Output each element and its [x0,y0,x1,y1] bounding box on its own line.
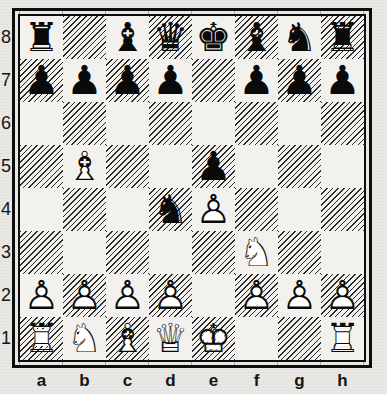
piece-outline-glyph: ♖ [20,317,63,360]
square-c7[interactable]: ♟ [106,59,149,102]
square-c1[interactable]: ♝♗ [106,317,149,360]
square-h6[interactable] [321,102,364,145]
piece-solid-glyph: ♟ [278,59,321,102]
square-g1[interactable] [278,317,321,360]
square-g4[interactable] [278,188,321,231]
square-b8[interactable] [63,16,106,59]
rank-label-8: 8 [0,16,12,59]
square-b2[interactable]: ♟♙ [63,274,106,317]
square-g3[interactable] [278,231,321,274]
square-g8[interactable]: ♞ [278,16,321,59]
square-h7[interactable]: ♟ [321,59,364,102]
square-h2[interactable]: ♟♙ [321,274,364,317]
square-g5[interactable] [278,145,321,188]
piece-black-pawn[interactable]: ♟ [235,59,278,102]
piece-outline-glyph: ♙ [149,274,192,317]
square-e4[interactable]: ♟♙ [192,188,235,231]
square-b1[interactable]: ♞♘ [63,317,106,360]
board-grid: ♜♝♛♚♝♞♜♟♟♟♟♟♟♟♝♗♟♞♟♙♞♘♟♙♟♙♟♙♟♙♟♙♟♙♟♙♜♖♞♘… [20,16,364,360]
piece-white-king[interactable]: ♚♔ [192,317,235,360]
square-g2[interactable]: ♟♙ [278,274,321,317]
piece-black-knight[interactable]: ♞ [278,16,321,59]
piece-outline-glyph: ♙ [235,274,278,317]
square-f3[interactable]: ♞♘ [235,231,278,274]
square-g6[interactable] [278,102,321,145]
square-a7[interactable]: ♟ [20,59,63,102]
piece-black-king[interactable]: ♚ [192,16,235,59]
square-b6[interactable] [63,102,106,145]
square-c3[interactable] [106,231,149,274]
square-b4[interactable] [63,188,106,231]
square-f1[interactable] [235,317,278,360]
piece-white-pawn[interactable]: ♟♙ [63,274,106,317]
square-h5[interactable] [321,145,364,188]
file-label-b: b [63,369,106,393]
piece-black-queen[interactable]: ♛ [149,16,192,59]
square-c8[interactable]: ♝ [106,16,149,59]
square-f4[interactable] [235,188,278,231]
square-b5[interactable]: ♝♗ [63,145,106,188]
file-label-c: c [106,369,149,393]
piece-solid-glyph: ♟ [106,59,149,102]
piece-outline-glyph: ♙ [106,274,149,317]
piece-solid-glyph: ♝ [235,16,278,59]
square-d5[interactable] [149,145,192,188]
piece-solid-glyph: ♟ [149,59,192,102]
piece-solid-glyph: ♞ [278,16,321,59]
square-c2[interactable]: ♟♙ [106,274,149,317]
piece-white-rook[interactable]: ♜♖ [321,317,364,360]
piece-solid-glyph: ♜ [321,16,364,59]
piece-black-pawn[interactable]: ♟ [149,59,192,102]
piece-black-pawn[interactable]: ♟ [321,59,364,102]
piece-white-pawn[interactable]: ♟♙ [192,188,235,231]
piece-white-pawn[interactable]: ♟♙ [278,274,321,317]
piece-outline-glyph: ♖ [321,317,364,360]
rank-label-1: 1 [0,317,12,360]
square-c4[interactable] [106,188,149,231]
piece-outline-glyph: ♙ [63,274,106,317]
piece-outline-glyph: ♙ [192,188,235,231]
square-a6[interactable] [20,102,63,145]
piece-black-pawn[interactable]: ♟ [106,59,149,102]
piece-outline-glyph: ♙ [278,274,321,317]
piece-white-knight[interactable]: ♞♘ [63,317,106,360]
piece-outline-glyph: ♙ [20,274,63,317]
rank-label-2: 2 [0,274,12,317]
square-d4[interactable]: ♞ [149,188,192,231]
file-label-a: a [20,369,63,393]
square-e8[interactable]: ♚ [192,16,235,59]
file-label-g: g [278,369,321,393]
square-h4[interactable] [321,188,364,231]
piece-black-pawn[interactable]: ♟ [192,145,235,188]
square-f6[interactable] [235,102,278,145]
piece-white-bishop[interactable]: ♝♗ [106,317,149,360]
square-a3[interactable] [20,231,63,274]
square-c6[interactable] [106,102,149,145]
square-f2[interactable]: ♟♙ [235,274,278,317]
piece-solid-glyph: ♟ [192,145,235,188]
square-d7[interactable]: ♟ [149,59,192,102]
rank-labels: 87654321 [0,16,12,360]
piece-solid-glyph: ♟ [321,59,364,102]
piece-white-pawn[interactable]: ♟♙ [235,274,278,317]
chess-board: ♜♝♛♚♝♞♜♟♟♟♟♟♟♟♝♗♟♞♟♙♞♘♟♙♟♙♟♙♟♙♟♙♟♙♟♙♜♖♞♘… [12,8,372,368]
square-f5[interactable] [235,145,278,188]
piece-white-queen[interactable]: ♛♕ [149,317,192,360]
square-e1[interactable]: ♚♔ [192,317,235,360]
rank-label-4: 4 [0,188,12,231]
piece-solid-glyph: ♟ [235,59,278,102]
square-e2[interactable] [192,274,235,317]
square-d8[interactable]: ♛ [149,16,192,59]
board-inner-frame: ♜♝♛♚♝♞♜♟♟♟♟♟♟♟♝♗♟♞♟♙♞♘♟♙♟♙♟♙♟♙♟♙♟♙♟♙♜♖♞♘… [18,14,366,362]
piece-outline-glyph: ♘ [235,231,278,274]
file-label-d: d [149,369,192,393]
piece-white-pawn[interactable]: ♟♙ [149,274,192,317]
square-c5[interactable] [106,145,149,188]
piece-outline-glyph: ♔ [192,317,235,360]
square-g7[interactable]: ♟ [278,59,321,102]
rank-label-6: 6 [0,102,12,145]
file-label-f: f [235,369,278,393]
square-e6[interactable] [192,102,235,145]
piece-black-rook[interactable]: ♜ [20,16,63,59]
piece-black-bishop[interactable]: ♝ [235,16,278,59]
piece-black-rook[interactable]: ♜ [321,16,364,59]
piece-black-pawn[interactable]: ♟ [20,59,63,102]
square-e3[interactable] [192,231,235,274]
piece-black-pawn[interactable]: ♟ [278,59,321,102]
piece-white-pawn[interactable]: ♟♙ [106,274,149,317]
piece-white-bishop[interactable]: ♝♗ [63,145,106,188]
piece-white-pawn[interactable]: ♟♙ [321,274,364,317]
piece-black-pawn[interactable]: ♟ [63,59,106,102]
piece-white-rook[interactable]: ♜♖ [20,317,63,360]
piece-outline-glyph: ♕ [149,317,192,360]
piece-solid-glyph: ♟ [20,59,63,102]
piece-solid-glyph: ♞ [149,188,192,231]
file-label-h: h [321,369,364,393]
piece-solid-glyph: ♛ [149,16,192,59]
square-a2[interactable]: ♟♙ [20,274,63,317]
square-a4[interactable] [20,188,63,231]
square-h3[interactable] [321,231,364,274]
square-h8[interactable]: ♜ [321,16,364,59]
square-d6[interactable] [149,102,192,145]
square-a8[interactable]: ♜ [20,16,63,59]
square-h1[interactable]: ♜♖ [321,317,364,360]
rank-label-7: 7 [0,59,12,102]
square-f8[interactable]: ♝ [235,16,278,59]
piece-black-knight[interactable]: ♞ [149,188,192,231]
piece-solid-glyph: ♟ [63,59,106,102]
piece-outline-glyph: ♘ [63,317,106,360]
piece-solid-glyph: ♚ [192,16,235,59]
piece-white-pawn[interactable]: ♟♙ [20,274,63,317]
square-d3[interactable] [149,231,192,274]
piece-solid-glyph: ♝ [106,16,149,59]
square-b3[interactable] [63,231,106,274]
piece-outline-glyph: ♙ [321,274,364,317]
square-e7[interactable] [192,59,235,102]
square-f7[interactable]: ♟ [235,59,278,102]
square-d1[interactable]: ♛♕ [149,317,192,360]
file-label-e: e [192,369,235,393]
piece-outline-glyph: ♗ [63,145,106,188]
square-d2[interactable]: ♟♙ [149,274,192,317]
piece-outline-glyph: ♗ [106,317,149,360]
piece-solid-glyph: ♜ [20,16,63,59]
square-a1[interactable]: ♜♖ [20,317,63,360]
piece-black-bishop[interactable]: ♝ [106,16,149,59]
rank-label-3: 3 [0,231,12,274]
square-b7[interactable]: ♟ [63,59,106,102]
file-labels: abcdefgh [20,369,364,393]
piece-white-knight[interactable]: ♞♘ [235,231,278,274]
square-a5[interactable] [20,145,63,188]
rank-label-5: 5 [0,145,12,188]
square-e5[interactable]: ♟ [192,145,235,188]
